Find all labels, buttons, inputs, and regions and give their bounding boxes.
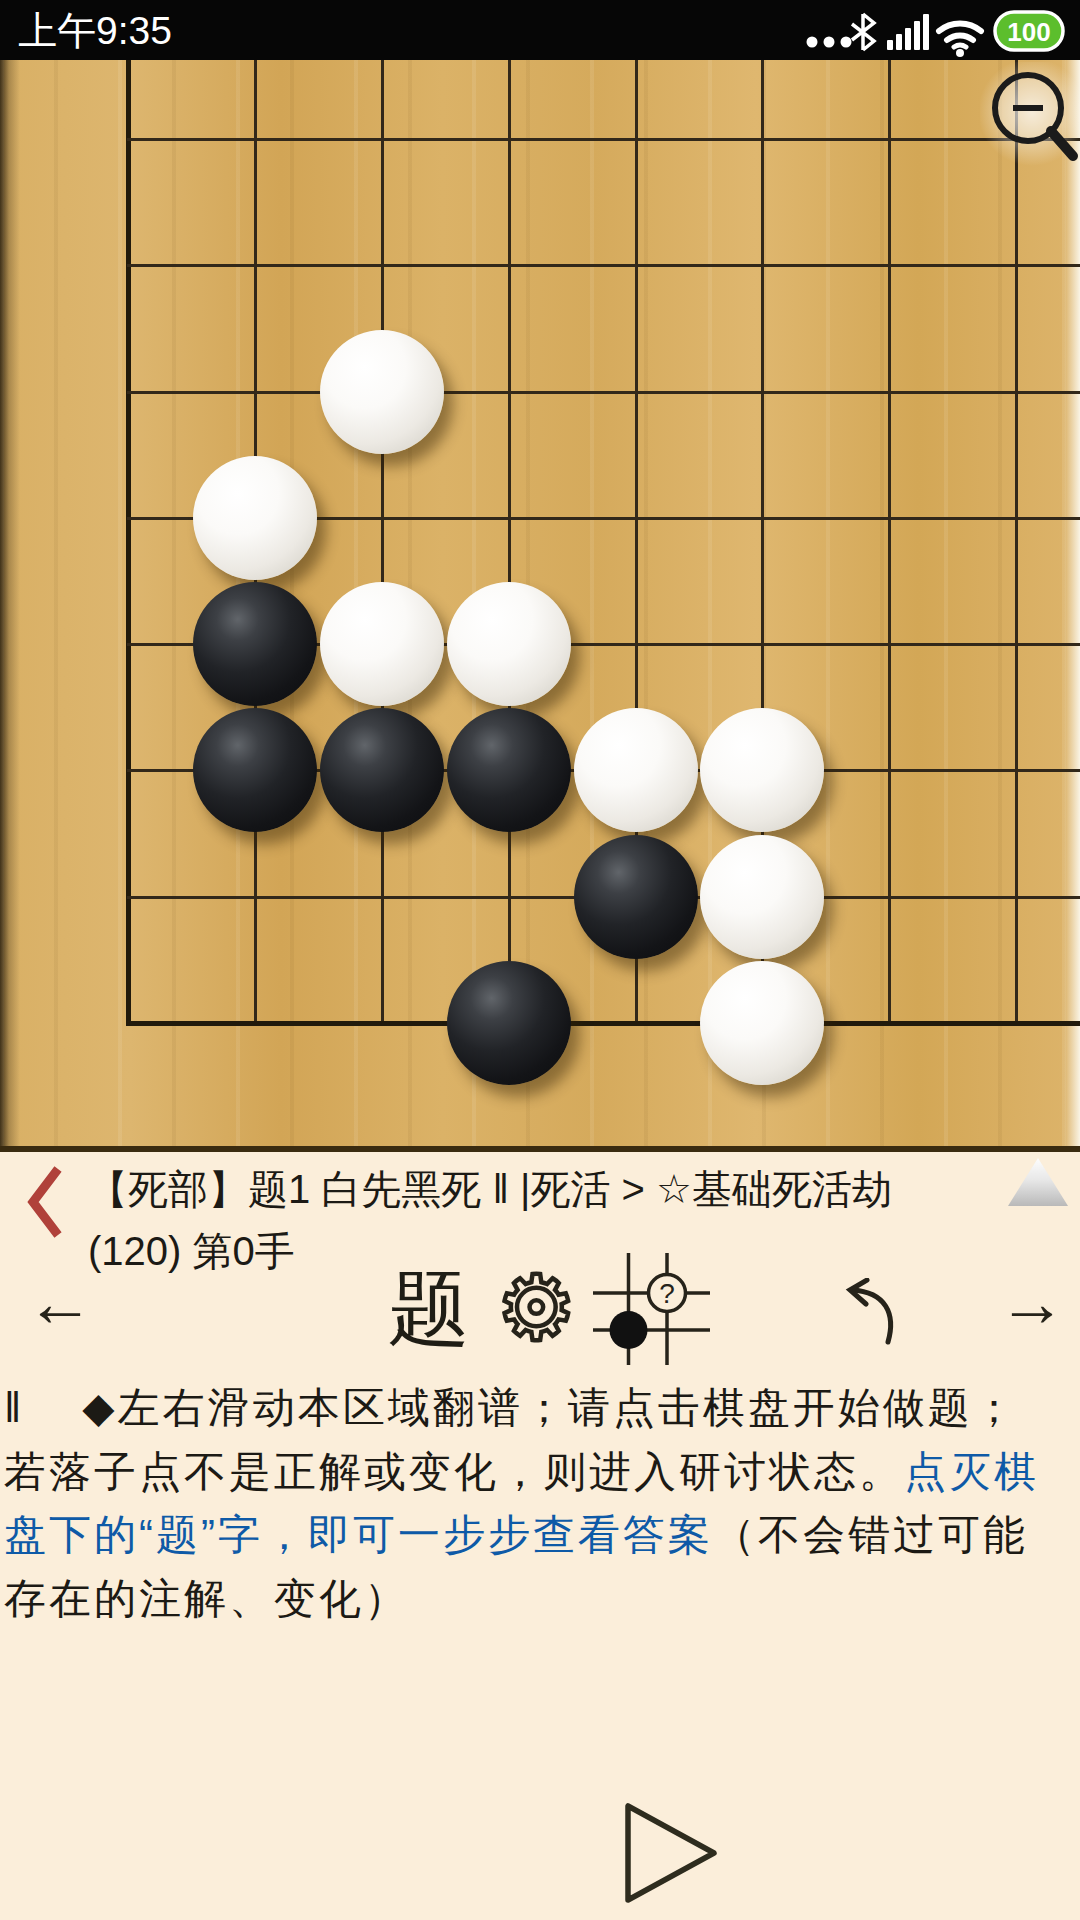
info-segment: ‖ xyxy=(4,1384,24,1431)
grid-line-h xyxy=(127,138,1080,141)
answer-hint-link[interactable]: 盘下的“题”字，即可一步步查看答案 xyxy=(4,1511,713,1558)
signal-icon xyxy=(887,14,929,50)
black-stone xyxy=(447,961,571,1085)
info-segment: 若落子点不是正解或变化，则进入研讨状态。 xyxy=(4,1448,904,1495)
grid-line-v xyxy=(508,60,511,1025)
back-button[interactable] xyxy=(24,1164,64,1240)
status-icons: 100 xyxy=(780,0,1080,60)
info-segment: ◆左右滑动本区域翻谱；请点击棋盘开始做题； xyxy=(82,1384,1017,1431)
more-dots-icon xyxy=(807,37,852,48)
answer-hint-link[interactable]: 点灭棋 xyxy=(904,1448,1039,1495)
zoom-out-button[interactable] xyxy=(980,62,1080,174)
problem-mode-button[interactable]: 题 xyxy=(388,1262,470,1358)
grid-line-v xyxy=(381,60,384,1025)
black-stone xyxy=(574,835,698,959)
mini-board-icon xyxy=(593,1253,710,1365)
white-stone xyxy=(193,456,317,580)
info-line: 盘下的“题”字，即可一步步查看答案（不会错过可能 xyxy=(4,1503,1076,1567)
grid-line-h xyxy=(127,264,1080,267)
white-stone xyxy=(700,961,824,1085)
go-board[interactable] xyxy=(0,60,1080,1152)
prev-move-button[interactable]: ← xyxy=(26,1272,94,1332)
screen: 上午9:35 100 xyxy=(0,0,1080,1920)
bluetooth-icon xyxy=(852,14,874,50)
white-stone xyxy=(320,582,444,706)
battery-percent: 100 xyxy=(1007,17,1050,47)
black-stone xyxy=(320,708,444,832)
undo-button[interactable] xyxy=(822,1278,906,1350)
info-line: 若落子点不是正解或变化，则进入研讨状态。点灭棋 xyxy=(4,1440,1076,1504)
wifi-dot xyxy=(956,49,964,57)
play-triangle-icon xyxy=(628,1806,714,1900)
white-stone xyxy=(574,708,698,832)
white-stone xyxy=(447,582,571,706)
wifi-icon xyxy=(939,23,981,47)
info-segment: 存在的注解、变化） xyxy=(4,1575,409,1622)
black-stone xyxy=(193,582,317,706)
grid-line-v xyxy=(888,60,891,1025)
next-move-button[interactable]: → xyxy=(998,1272,1066,1332)
black-stone xyxy=(193,708,317,832)
battery-icon: 100 xyxy=(995,12,1063,50)
white-stone xyxy=(320,330,444,454)
mini-black-stone xyxy=(610,1311,648,1349)
play-button[interactable] xyxy=(612,1794,728,1912)
back-chevron-icon xyxy=(33,1169,58,1235)
undo-arrow-icon xyxy=(850,1280,891,1342)
info-line: 存在的注解、变化） xyxy=(4,1567,1076,1631)
question-mark: ? xyxy=(659,1278,675,1309)
board-left-bevel xyxy=(0,60,20,1146)
grid-line-v xyxy=(1015,60,1018,1025)
info-line: ‖◆左右滑动本区域翻谱；请点击棋盘开始做题； xyxy=(4,1376,1076,1440)
black-stone xyxy=(447,708,571,832)
info-text: ‖◆左右滑动本区域翻谱；请点击棋盘开始做题；若落子点不是正解或变化，则进入研讨状… xyxy=(4,1376,1076,1630)
clock: 上午9:35 xyxy=(18,0,172,60)
info-segment: （不会错过可能 xyxy=(713,1511,1028,1558)
board-query-button[interactable]: ? xyxy=(593,1253,710,1365)
status-bar: 上午9:35 100 xyxy=(0,0,1080,60)
white-stone xyxy=(700,835,824,959)
grid-line-h xyxy=(126,1021,1080,1026)
white-stone xyxy=(700,708,824,832)
collapse-panel-button[interactable] xyxy=(1008,1158,1068,1206)
settings-gear-button[interactable]: ⚙ xyxy=(496,1258,577,1358)
grid-line-h xyxy=(127,391,1080,394)
board-right-highlight xyxy=(1064,60,1080,1146)
grid-line-v xyxy=(126,60,131,1025)
problem-title-line1: 【死部】题1 白先黑死 ‖ |死活 > ☆基础死活劫 xyxy=(88,1158,988,1220)
